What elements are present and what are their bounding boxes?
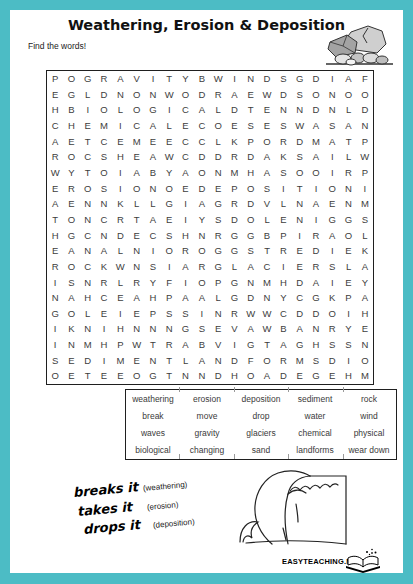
grid-cell-r5c18[interactable]: A [324,134,340,150]
grid-cell-r12c6[interactable]: N [128,243,144,259]
grid-cell-r18c5[interactable]: P [112,337,128,353]
grid-cell-r3c7[interactable]: G [145,102,161,118]
grid-cell-r18c14[interactable]: T [259,337,275,353]
grid-cell-r10c19[interactable]: G [340,212,356,228]
grid-cell-r3c4[interactable]: O [96,102,112,118]
grid-cell-r9c7[interactable]: L [145,196,161,212]
grid-cell-r17c11[interactable]: E [210,321,226,337]
grid-cell-r11c19[interactable]: O [340,227,356,243]
grid-cell-r5c4[interactable]: C [96,134,112,150]
grid-cell-r8c13[interactable]: O [243,181,259,197]
grid-cell-r13c19[interactable]: L [340,259,356,275]
grid-cell-r9c12[interactable]: R [226,196,242,212]
grid-cell-r11c16[interactable]: I [291,227,307,243]
grid-cell-r6c9[interactable]: C [177,149,193,165]
grid-cell-r9c17[interactable]: A [308,196,324,212]
grid-cell-r17c20[interactable]: E [357,321,373,337]
grid-cell-r6c5[interactable]: H [112,149,128,165]
grid-cell-r3c17[interactable]: D [308,102,324,118]
grid-cell-r8c20[interactable]: I [357,181,373,197]
grid-cell-r10c1[interactable]: T [47,212,63,228]
grid-cell-r7c9[interactable]: A [177,165,193,181]
grid-cell-r5c13[interactable]: P [243,134,259,150]
grid-cell-r8c10[interactable]: D [194,181,210,197]
grid-cell-r17c7[interactable]: N [145,321,161,337]
grid-cell-r13c4[interactable]: K [96,259,112,275]
grid-cell-r9c6[interactable]: L [128,196,144,212]
grid-cell-r19c18[interactable]: D [324,353,340,369]
grid-cell-r8c2[interactable]: R [63,181,79,197]
grid-cell-r5c8[interactable]: E [161,134,177,150]
grid-cell-r15c17[interactable]: G [308,290,324,306]
grid-cell-r17c16[interactable]: A [291,321,307,337]
grid-cell-r7c12[interactable]: M [226,165,242,181]
grid-cell-r4c7[interactable]: A [145,118,161,134]
grid-cell-r19c17[interactable]: S [308,353,324,369]
grid-cell-r1c15[interactable]: S [275,71,291,87]
grid-cell-r13c9[interactable]: A [177,259,193,275]
grid-cell-r17c5[interactable]: H [112,321,128,337]
grid-cell-r8c14[interactable]: S [259,181,275,197]
grid-cell-r15c1[interactable]: N [47,290,63,306]
grid-cell-r5c10[interactable]: C [194,134,210,150]
grid-cell-r16c11[interactable]: N [210,306,226,322]
grid-cell-r12c9[interactable]: R [177,243,193,259]
grid-cell-r3c9[interactable]: C [177,102,193,118]
grid-cell-r11c3[interactable]: C [80,227,96,243]
grid-cell-r3c3[interactable]: I [80,102,96,118]
grid-cell-r5c1[interactable]: A [47,134,63,150]
grid-cell-r1c4[interactable]: R [96,71,112,87]
grid-cell-r9c15[interactable]: L [275,196,291,212]
grid-cell-r14c12[interactable]: G [226,274,242,290]
grid-cell-r17c17[interactable]: N [308,321,324,337]
grid-cell-r8c19[interactable]: N [340,181,356,197]
grid-cell-r8c4[interactable]: S [96,181,112,197]
grid-cell-r14c6[interactable]: R [128,274,144,290]
grid-cell-r7c7[interactable]: B [145,165,161,181]
grid-cell-r19c4[interactable]: I [96,353,112,369]
grid-cell-r14c19[interactable]: E [340,274,356,290]
grid-cell-r8c6[interactable]: O [128,181,144,197]
grid-cell-r9c1[interactable]: A [47,196,63,212]
grid-cell-r4c1[interactable]: C [47,118,63,134]
grid-cell-r7c14[interactable]: A [259,165,275,181]
grid-cell-r14c11[interactable]: P [210,274,226,290]
grid-cell-r11c1[interactable]: H [47,227,63,243]
grid-cell-r8c1[interactable]: E [47,181,63,197]
grid-cell-r14c14[interactable]: M [259,274,275,290]
grid-cell-r12c12[interactable]: G [226,243,242,259]
grid-cell-r12c20[interactable]: K [357,243,373,259]
grid-cell-r15c16[interactable]: C [291,290,307,306]
grid-cell-r20c4[interactable]: E [96,368,112,384]
grid-cell-r6c17[interactable]: A [308,149,324,165]
grid-cell-r8c17[interactable]: I [308,181,324,197]
grid-cell-r20c10[interactable]: N [194,368,210,384]
grid-cell-r1c10[interactable]: B [194,71,210,87]
grid-cell-r2c11[interactable]: R [210,87,226,103]
grid-cell-r4c3[interactable]: E [80,118,96,134]
grid-cell-r16c14[interactable]: W [259,306,275,322]
grid-cell-r1c17[interactable]: D [308,71,324,87]
grid-cell-r12c18[interactable]: I [324,243,340,259]
grid-cell-r15c14[interactable]: N [259,290,275,306]
grid-cell-r11c9[interactable]: H [177,227,193,243]
grid-cell-r2c6[interactable]: O [128,87,144,103]
grid-cell-r15c2[interactable]: A [63,290,79,306]
grid-cell-r5c2[interactable]: E [63,134,79,150]
grid-cell-r13c10[interactable]: R [194,259,210,275]
grid-cell-r12c17[interactable]: D [308,243,324,259]
grid-cell-r12c10[interactable]: O [194,243,210,259]
grid-cell-r1c12[interactable]: I [226,71,242,87]
grid-cell-r7c8[interactable]: Y [161,165,177,181]
grid-cell-r17c1[interactable]: I [47,321,63,337]
grid-cell-r8c5[interactable]: I [112,181,128,197]
grid-cell-r7c20[interactable]: P [357,165,373,181]
grid-cell-r15c18[interactable]: K [324,290,340,306]
grid-cell-r10c4[interactable]: C [96,212,112,228]
grid-cell-r10c5[interactable]: R [112,212,128,228]
grid-cell-r15c19[interactable]: P [340,290,356,306]
grid-cell-r17c10[interactable]: S [194,321,210,337]
grid-cell-r17c14[interactable]: W [259,321,275,337]
grid-cell-r19c1[interactable]: S [47,353,63,369]
grid-cell-r18c16[interactable]: G [291,337,307,353]
grid-cell-r3c1[interactable]: H [47,102,63,118]
grid-cell-r7c19[interactable]: R [340,165,356,181]
grid-cell-r7c13[interactable]: H [243,165,259,181]
grid-cell-r15c7[interactable]: H [145,290,161,306]
grid-cell-r13c5[interactable]: W [112,259,128,275]
grid-cell-r11c4[interactable]: N [96,227,112,243]
grid-cell-r15c4[interactable]: C [96,290,112,306]
grid-cell-r11c15[interactable]: P [275,227,291,243]
grid-cell-r2c17[interactable]: O [308,87,324,103]
grid-cell-r4c6[interactable]: C [128,118,144,134]
grid-cell-r18c1[interactable]: I [47,337,63,353]
grid-cell-r19c3[interactable]: D [80,353,96,369]
grid-cell-r12c16[interactable]: E [291,243,307,259]
grid-cell-r12c5[interactable]: L [112,243,128,259]
grid-cell-r10c20[interactable]: S [357,212,373,228]
grid-cell-r9c13[interactable]: D [243,196,259,212]
grid-cell-r2c5[interactable]: N [112,87,128,103]
grid-cell-r20c7[interactable]: G [145,368,161,384]
grid-cell-r6c11[interactable]: D [210,149,226,165]
grid-cell-r18c11[interactable]: V [210,337,226,353]
grid-cell-r15c11[interactable]: L [210,290,226,306]
grid-cell-r10c6[interactable]: T [128,212,144,228]
grid-cell-r10c18[interactable]: G [324,212,340,228]
grid-cell-r4c12[interactable]: E [226,118,242,134]
grid-cell-r11c8[interactable]: S [161,227,177,243]
grid-cell-r20c20[interactable]: M [357,368,373,384]
grid-cell-r8c9[interactable]: E [177,181,193,197]
grid-cell-r1c5[interactable]: A [112,71,128,87]
grid-cell-r4c9[interactable]: E [177,118,193,134]
grid-cell-r4c5[interactable]: I [112,118,128,134]
grid-cell-r13c14[interactable]: C [259,259,275,275]
grid-cell-r10c3[interactable]: N [80,212,96,228]
grid-cell-r9c14[interactable]: V [259,196,275,212]
grid-cell-r1c6[interactable]: V [128,71,144,87]
grid-cell-r5c5[interactable]: E [112,134,128,150]
grid-cell-r14c13[interactable]: N [243,274,259,290]
grid-cell-r15c12[interactable]: G [226,290,242,306]
grid-cell-r16c16[interactable]: D [291,306,307,322]
grid-cell-r12c4[interactable]: A [96,243,112,259]
grid-cell-r3c18[interactable]: N [324,102,340,118]
grid-cell-r2c19[interactable]: O [340,87,356,103]
grid-cell-r19c2[interactable]: E [63,353,79,369]
grid-cell-r10c15[interactable]: E [275,212,291,228]
grid-cell-r6c2[interactable]: O [63,149,79,165]
grid-cell-r7c6[interactable]: A [128,165,144,181]
grid-cell-r4c15[interactable]: S [275,118,291,134]
grid-cell-r12c3[interactable]: N [80,243,96,259]
grid-cell-r20c9[interactable]: N [177,368,193,384]
grid-cell-r11c17[interactable]: R [308,227,324,243]
grid-cell-r8c12[interactable]: P [226,181,242,197]
grid-cell-r17c3[interactable]: N [80,321,96,337]
grid-cell-r16c5[interactable]: I [112,306,128,322]
grid-cell-r13c13[interactable]: A [243,259,259,275]
grid-cell-r2c8[interactable]: W [161,87,177,103]
grid-cell-r12c11[interactable]: G [210,243,226,259]
grid-cell-r9c18[interactable]: E [324,196,340,212]
grid-cell-r1c7[interactable]: I [145,71,161,87]
grid-cell-r18c7[interactable]: T [145,337,161,353]
grid-cell-r9c10[interactable]: A [194,196,210,212]
grid-cell-r14c16[interactable]: D [291,274,307,290]
grid-cell-r10c8[interactable]: E [161,212,177,228]
grid-cell-r11c7[interactable]: C [145,227,161,243]
grid-cell-r1c8[interactable]: T [161,71,177,87]
grid-cell-r3c19[interactable]: L [340,102,356,118]
grid-cell-r13c16[interactable]: E [291,259,307,275]
grid-cell-r3c14[interactable]: E [259,102,275,118]
grid-cell-r2c12[interactable]: A [226,87,242,103]
grid-cell-r9c2[interactable]: E [63,196,79,212]
grid-cell-r4c19[interactable]: A [340,118,356,134]
grid-cell-r13c18[interactable]: S [324,259,340,275]
grid-cell-r6c19[interactable]: L [340,149,356,165]
grid-cell-r14c3[interactable]: N [80,274,96,290]
grid-cell-r2c20[interactable]: O [357,87,373,103]
grid-cell-r5c9[interactable]: C [177,134,193,150]
grid-cell-r15c6[interactable]: A [128,290,144,306]
grid-cell-r4c20[interactable]: N [357,118,373,134]
grid-cell-r2c9[interactable]: O [177,87,193,103]
grid-cell-r20c17[interactable]: G [308,368,324,384]
grid-cell-r12c19[interactable]: E [340,243,356,259]
grid-cell-r18c20[interactable]: N [357,337,373,353]
grid-cell-r16c4[interactable]: E [96,306,112,322]
grid-cell-r10c7[interactable]: A [145,212,161,228]
grid-cell-r8c8[interactable]: O [161,181,177,197]
grid-cell-r11c10[interactable]: N [194,227,210,243]
grid-cell-r3c20[interactable]: D [357,102,373,118]
grid-cell-r20c13[interactable]: O [243,368,259,384]
grid-cell-r19c7[interactable]: N [145,353,161,369]
grid-cell-r2c16[interactable]: S [291,87,307,103]
grid-cell-r2c1[interactable]: E [47,87,63,103]
grid-cell-r13c15[interactable]: I [275,259,291,275]
grid-cell-r6c14[interactable]: A [259,149,275,165]
grid-cell-r4c13[interactable]: S [243,118,259,134]
grid-cell-r8c18[interactable]: O [324,181,340,197]
grid-cell-r5c16[interactable]: D [291,134,307,150]
grid-cell-r15c5[interactable]: E [112,290,128,306]
grid-cell-r18c4[interactable]: H [96,337,112,353]
grid-cell-r18c12[interactable]: I [226,337,242,353]
grid-cell-r3c11[interactable]: L [210,102,226,118]
grid-cell-r18c6[interactable]: W [128,337,144,353]
grid-cell-r5c11[interactable]: L [210,134,226,150]
grid-cell-r18c3[interactable]: M [80,337,96,353]
grid-cell-r11c13[interactable]: G [243,227,259,243]
grid-cell-r7c3[interactable]: T [80,165,96,181]
grid-cell-r10c10[interactable]: Y [194,212,210,228]
grid-cell-r12c14[interactable]: T [259,243,275,259]
grid-cell-r16c15[interactable]: C [275,306,291,322]
grid-cell-r20c8[interactable]: T [161,368,177,384]
grid-cell-r9c19[interactable]: N [340,196,356,212]
grid-cell-r19c19[interactable]: I [340,353,356,369]
grid-cell-r19c9[interactable]: L [177,353,193,369]
grid-cell-r5c12[interactable]: K [226,134,242,150]
grid-cell-r13c8[interactable]: I [161,259,177,275]
grid-cell-r19c14[interactable]: O [259,353,275,369]
grid-cell-r13c1[interactable]: R [47,259,63,275]
grid-cell-r18c18[interactable]: S [324,337,340,353]
grid-cell-r8c16[interactable]: T [291,181,307,197]
grid-cell-r9c16[interactable]: N [291,196,307,212]
grid-cell-r2c18[interactable]: N [324,87,340,103]
grid-cell-r3c16[interactable]: N [291,102,307,118]
grid-cell-r6c12[interactable]: R [226,149,242,165]
grid-cell-r12c2[interactable]: A [63,243,79,259]
grid-cell-r7c16[interactable]: O [291,165,307,181]
grid-cell-r1c18[interactable]: I [324,71,340,87]
grid-cell-r13c7[interactable]: S [145,259,161,275]
grid-cell-r5c15[interactable]: R [275,134,291,150]
grid-cell-r18c15[interactable]: A [275,337,291,353]
grid-cell-r12c15[interactable]: R [275,243,291,259]
grid-cell-r4c11[interactable]: O [210,118,226,134]
grid-cell-r1c20[interactable]: F [357,71,373,87]
grid-cell-r13c20[interactable]: A [357,259,373,275]
grid-cell-r9c11[interactable]: G [210,196,226,212]
grid-cell-r19c20[interactable]: O [357,353,373,369]
grid-cell-r4c16[interactable]: W [291,118,307,134]
grid-cell-r8c7[interactable]: N [145,181,161,197]
grid-cell-r10c12[interactable]: D [226,212,242,228]
grid-cell-r19c10[interactable]: A [194,353,210,369]
grid-cell-r20c18[interactable]: E [324,368,340,384]
grid-cell-r20c19[interactable]: H [340,368,356,384]
grid-cell-r2c13[interactable]: E [243,87,259,103]
grid-cell-r6c1[interactable]: R [47,149,63,165]
grid-cell-r18c8[interactable]: R [161,337,177,353]
grid-cell-r6c16[interactable]: S [291,149,307,165]
grid-cell-r3c5[interactable]: L [112,102,128,118]
grid-cell-r9c3[interactable]: N [80,196,96,212]
grid-cell-r11c14[interactable]: B [259,227,275,243]
grid-cell-r20c2[interactable]: E [63,368,79,384]
grid-cell-r6c20[interactable]: W [357,149,373,165]
grid-cell-r15c20[interactable]: A [357,290,373,306]
grid-cell-r20c15[interactable]: D [275,368,291,384]
grid-cell-r10c11[interactable]: S [210,212,226,228]
grid-cell-r11c11[interactable]: R [210,227,226,243]
grid-cell-r19c5[interactable]: M [112,353,128,369]
grid-cell-r20c1[interactable]: O [47,368,63,384]
grid-cell-r7c18[interactable]: I [324,165,340,181]
grid-cell-r19c11[interactable]: N [210,353,226,369]
grid-cell-r12c7[interactable]: I [145,243,161,259]
grid-cell-r2c14[interactable]: W [259,87,275,103]
grid-cell-r17c13[interactable]: A [243,321,259,337]
grid-cell-r17c8[interactable]: N [161,321,177,337]
grid-cell-r1c16[interactable]: G [291,71,307,87]
grid-cell-r19c16[interactable]: M [291,353,307,369]
grid-cell-r20c11[interactable]: D [210,368,226,384]
grid-cell-r10c14[interactable]: L [259,212,275,228]
grid-cell-r2c3[interactable]: L [80,87,96,103]
grid-cell-r16c8[interactable]: S [161,306,177,322]
grid-cell-r20c3[interactable]: T [80,368,96,384]
grid-cell-r14c15[interactable]: H [275,274,291,290]
grid-cell-r10c2[interactable]: O [63,212,79,228]
grid-cell-r15c3[interactable]: H [80,290,96,306]
grid-cell-r13c11[interactable]: G [210,259,226,275]
grid-cell-r16c2[interactable]: O [63,306,79,322]
grid-cell-r6c6[interactable]: E [128,149,144,165]
grid-cell-r2c15[interactable]: D [275,87,291,103]
grid-cell-r6c13[interactable]: D [243,149,259,165]
grid-cell-r4c14[interactable]: E [259,118,275,134]
grid-cell-r7c1[interactable]: W [47,165,63,181]
grid-cell-r7c15[interactable]: S [275,165,291,181]
grid-cell-r20c16[interactable]: E [291,368,307,384]
grid-cell-r18c19[interactable]: S [340,337,356,353]
grid-cell-r7c10[interactable]: O [194,165,210,181]
grid-cell-r6c8[interactable]: W [161,149,177,165]
grid-cell-r14c8[interactable]: F [161,274,177,290]
grid-cell-r16c18[interactable]: O [324,306,340,322]
grid-cell-r9c8[interactable]: G [161,196,177,212]
grid-cell-r17c19[interactable]: Y [340,321,356,337]
grid-cell-r8c3[interactable]: O [80,181,96,197]
grid-cell-r17c18[interactable]: R [324,321,340,337]
grid-cell-r16c20[interactable]: H [357,306,373,322]
grid-cell-r19c12[interactable]: D [226,353,242,369]
grid-cell-r3c10[interactable]: A [194,102,210,118]
grid-cell-r4c18[interactable]: S [324,118,340,134]
grid-cell-r11c2[interactable]: G [63,227,79,243]
grid-cell-r3c15[interactable]: N [275,102,291,118]
grid-cell-r4c4[interactable]: M [96,118,112,134]
grid-cell-r6c18[interactable]: I [324,149,340,165]
grid-cell-r13c6[interactable]: N [128,259,144,275]
grid-cell-r14c1[interactable]: I [47,274,63,290]
grid-cell-r16c1[interactable]: G [47,306,63,322]
grid-cell-r19c15[interactable]: R [275,353,291,369]
grid-cell-r14c2[interactable]: S [63,274,79,290]
